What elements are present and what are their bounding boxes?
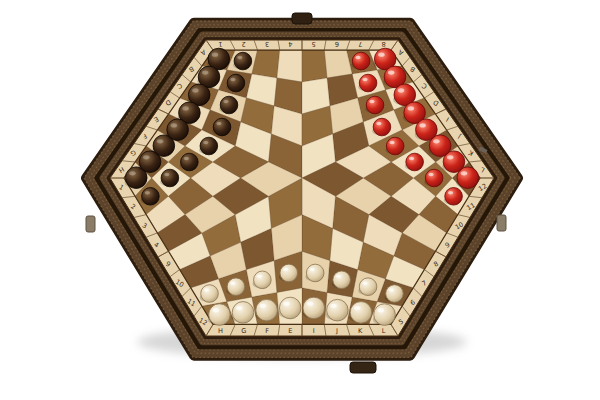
coordinate-label: 1 — [218, 40, 222, 48]
coordinate-label: 2 — [242, 40, 246, 48]
coordinate-label: G — [241, 327, 246, 335]
bottom-clasp — [350, 362, 376, 373]
cell[interactable] — [302, 50, 327, 82]
chessboard: 1AAH1122BBG2113CCF3104DDE495EII986FJJ107… — [0, 0, 600, 400]
coordinate-label: 8 — [381, 40, 385, 48]
coordinate-label: 6 — [335, 40, 339, 48]
coordinate-label: I — [313, 327, 315, 335]
coordinate-label: H — [218, 327, 223, 335]
coordinate-label: L — [382, 327, 386, 335]
coordinate-label: E — [288, 327, 292, 335]
coordinate-label: F — [265, 327, 269, 335]
right-clasp — [497, 215, 506, 231]
three-player-chess-photo: 1AAH1122BBG2113CCF3104DDE495EII986FJJ107… — [0, 0, 600, 400]
cell[interactable] — [277, 50, 302, 82]
coordinate-label: 4 — [288, 40, 292, 48]
coordinate-label: 3 — [265, 40, 269, 48]
left-clasp — [86, 216, 95, 232]
top-clasp — [292, 13, 312, 24]
coordinate-label: K — [358, 327, 363, 335]
coordinate-label: 7 — [358, 40, 362, 48]
coordinate-label: 5 — [312, 40, 316, 48]
coordinate-label: J — [335, 327, 338, 335]
